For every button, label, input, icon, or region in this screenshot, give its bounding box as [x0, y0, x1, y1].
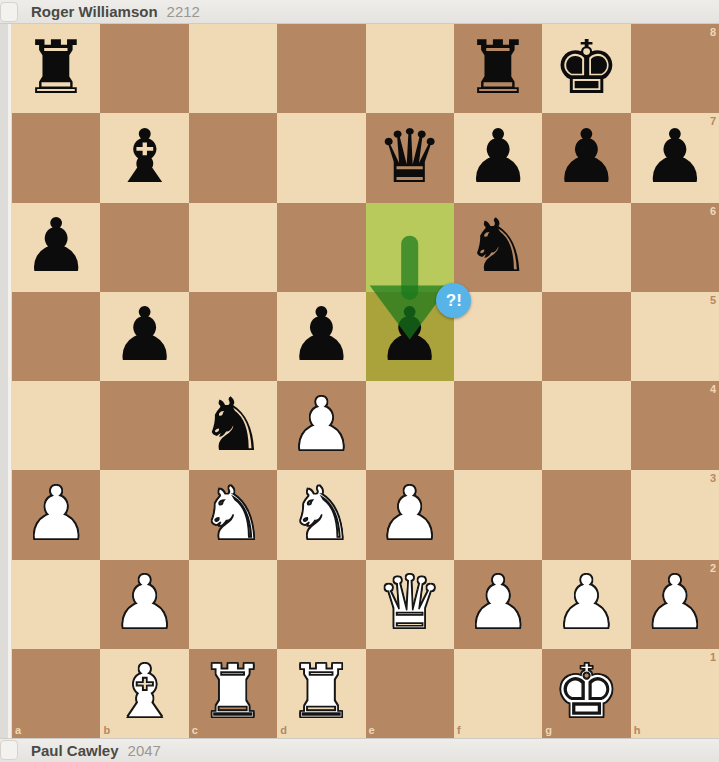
square-c6[interactable] [189, 203, 277, 292]
file-label-h: h [634, 725, 641, 736]
rank-label-7: 7 [710, 116, 716, 127]
board-left-gutter [8, 24, 11, 738]
piece-white-queen[interactable]: ♛ [377, 565, 443, 639]
piece-black-queen[interactable]: ♛ [377, 119, 443, 193]
square-c8[interactable] [189, 24, 277, 113]
square-b2[interactable]: ♟ [100, 560, 188, 649]
square-d1[interactable]: ♜d [277, 649, 365, 738]
player-bar-white: Paul Cawley 2047 [0, 738, 719, 762]
player-rating-black: 2212 [167, 3, 200, 20]
square-h8[interactable]: 8 [631, 24, 719, 113]
piece-black-pawn[interactable]: ♟ [377, 297, 443, 371]
chess-board: ♜♜♚8♝♛♟♟♟7♟♞6♟♟♟5♞♟4♟♞♞♟3♟♛♟♟♟2a♝b♜c♜def… [12, 24, 719, 738]
square-f2[interactable]: ♟ [454, 560, 542, 649]
piece-white-pawn[interactable]: ♟ [465, 565, 531, 639]
square-a2[interactable] [12, 560, 100, 649]
square-e4[interactable] [366, 381, 454, 470]
square-e6[interactable] [366, 203, 454, 292]
piece-black-pawn[interactable]: ♟ [465, 119, 531, 193]
file-label-g: g [545, 725, 552, 736]
square-b3[interactable] [100, 470, 188, 559]
piece-black-pawn[interactable]: ♟ [642, 119, 708, 193]
rank-label-6: 6 [710, 206, 716, 217]
square-h7[interactable]: ♟7 [631, 113, 719, 202]
piece-white-pawn[interactable]: ♟ [288, 387, 354, 461]
square-h1[interactable]: h1 [631, 649, 719, 738]
square-a5[interactable] [12, 292, 100, 381]
square-b8[interactable] [100, 24, 188, 113]
square-g3[interactable] [542, 470, 630, 559]
rank-label-3: 3 [710, 473, 716, 484]
rank-label-1: 1 [710, 652, 716, 663]
square-c7[interactable] [189, 113, 277, 202]
piece-black-rook[interactable]: ♜ [465, 30, 531, 104]
piece-white-knight[interactable]: ♞ [288, 476, 354, 550]
rank-label-2: 2 [710, 563, 716, 574]
square-a6[interactable]: ♟ [12, 203, 100, 292]
player-name-black[interactable]: Roger Williamson [31, 3, 158, 20]
square-d8[interactable] [277, 24, 365, 113]
square-d5[interactable]: ♟ [277, 292, 365, 381]
square-f3[interactable] [454, 470, 542, 559]
square-g4[interactable] [542, 381, 630, 470]
square-g8[interactable]: ♚ [542, 24, 630, 113]
file-label-f: f [457, 725, 461, 736]
square-a3[interactable]: ♟ [12, 470, 100, 559]
square-f5[interactable] [454, 292, 542, 381]
piece-white-king[interactable]: ♚ [553, 654, 619, 728]
square-e1[interactable]: e [366, 649, 454, 738]
piece-white-rook[interactable]: ♜ [288, 654, 354, 728]
piece-black-knight[interactable]: ♞ [465, 208, 531, 282]
square-e7[interactable]: ♛ [366, 113, 454, 202]
square-d2[interactable] [277, 560, 365, 649]
piece-white-pawn[interactable]: ♟ [553, 565, 619, 639]
piece-white-rook[interactable]: ♜ [200, 654, 266, 728]
piece-white-pawn[interactable]: ♟ [111, 565, 177, 639]
piece-black-knight[interactable]: ♞ [200, 387, 266, 461]
square-d4[interactable]: ♟ [277, 381, 365, 470]
square-a7[interactable] [12, 113, 100, 202]
square-f1[interactable]: f [454, 649, 542, 738]
square-b4[interactable] [100, 381, 188, 470]
square-d3[interactable]: ♞ [277, 470, 365, 559]
square-c4[interactable]: ♞ [189, 381, 277, 470]
square-c5[interactable] [189, 292, 277, 381]
piece-white-knight[interactable]: ♞ [200, 476, 266, 550]
square-e5[interactable]: ♟ [366, 292, 454, 381]
piece-white-pawn[interactable]: ♟ [642, 565, 708, 639]
square-h6[interactable]: 6 [631, 203, 719, 292]
square-e2[interactable]: ♛ [366, 560, 454, 649]
file-label-b: b [103, 725, 110, 736]
piece-black-king[interactable]: ♚ [553, 30, 619, 104]
square-b5[interactable]: ♟ [100, 292, 188, 381]
square-f4[interactable] [454, 381, 542, 470]
square-h2[interactable]: ♟2 [631, 560, 719, 649]
player-name-white[interactable]: Paul Cawley [31, 742, 119, 759]
square-d7[interactable] [277, 113, 365, 202]
square-h4[interactable]: 4 [631, 381, 719, 470]
square-g1[interactable]: ♚g [542, 649, 630, 738]
square-d6[interactable] [277, 203, 365, 292]
square-e3[interactable]: ♟ [366, 470, 454, 559]
square-a4[interactable] [12, 381, 100, 470]
panel-tab-bottom [0, 740, 18, 760]
square-e8[interactable] [366, 24, 454, 113]
file-label-a: a [15, 725, 21, 736]
rank-label-4: 4 [710, 384, 716, 395]
file-label-e: e [369, 725, 375, 736]
piece-black-bishop[interactable]: ♝ [111, 119, 177, 193]
square-g5[interactable] [542, 292, 630, 381]
piece-black-rook[interactable]: ♜ [23, 30, 89, 104]
file-label-c: c [192, 725, 198, 736]
square-b7[interactable]: ♝ [100, 113, 188, 202]
square-h5[interactable]: 5 [631, 292, 719, 381]
piece-black-pawn[interactable]: ♟ [111, 297, 177, 371]
square-g2[interactable]: ♟ [542, 560, 630, 649]
piece-white-pawn[interactable]: ♟ [23, 476, 89, 550]
square-c1[interactable]: ♜c [189, 649, 277, 738]
square-f8[interactable]: ♜ [454, 24, 542, 113]
square-c2[interactable] [189, 560, 277, 649]
square-f7[interactable]: ♟ [454, 113, 542, 202]
piece-white-pawn[interactable]: ♟ [377, 476, 443, 550]
piece-black-pawn[interactable]: ♟ [23, 208, 89, 282]
square-a1[interactable]: a [12, 649, 100, 738]
square-b1[interactable]: ♝b [100, 649, 188, 738]
square-f6[interactable]: ♞ [454, 203, 542, 292]
panel-tab-top [0, 2, 18, 22]
piece-black-pawn[interactable]: ♟ [288, 297, 354, 371]
player-bar-black: Roger Williamson 2212 [0, 0, 719, 24]
player-rating-white: 2047 [128, 742, 161, 759]
square-a8[interactable]: ♜ [12, 24, 100, 113]
square-h3[interactable]: 3 [631, 470, 719, 559]
piece-black-pawn[interactable]: ♟ [553, 119, 619, 193]
rank-label-5: 5 [710, 295, 716, 306]
square-b6[interactable] [100, 203, 188, 292]
rank-label-8: 8 [710, 27, 716, 38]
file-label-d: d [280, 725, 287, 736]
square-c3[interactable]: ♞ [189, 470, 277, 559]
piece-white-bishop[interactable]: ♝ [111, 654, 177, 728]
square-g6[interactable] [542, 203, 630, 292]
square-g7[interactable]: ♟ [542, 113, 630, 202]
